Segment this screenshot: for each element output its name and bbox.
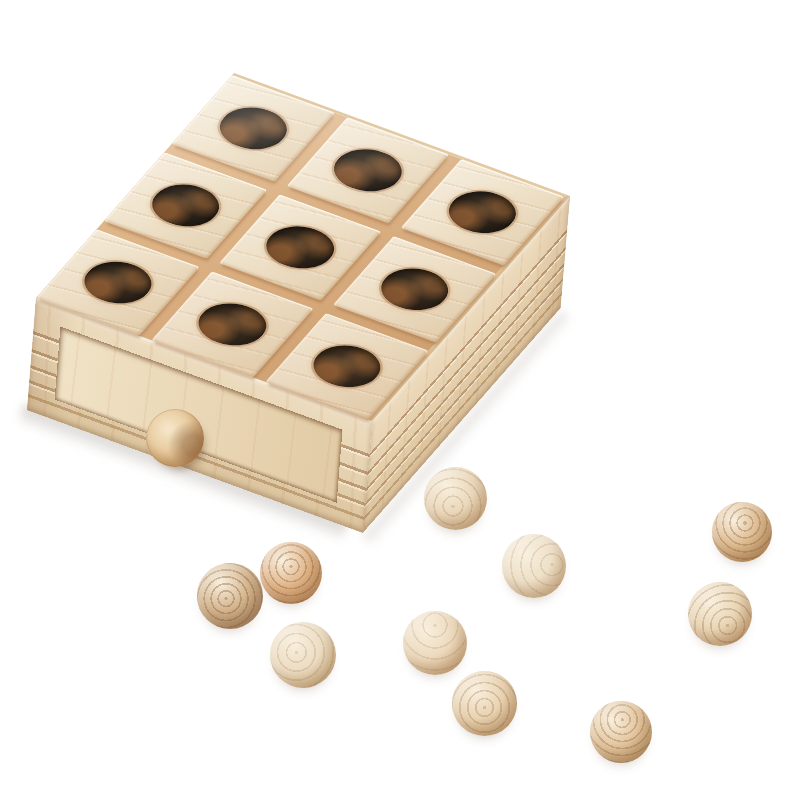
hole — [302, 338, 392, 395]
hole — [208, 100, 298, 157]
wooden-ball-8[interactable] — [403, 611, 467, 675]
drawer-knob[interactable] — [146, 409, 204, 467]
product-photo-scene — [0, 0, 800, 800]
wooden-ball-6[interactable] — [688, 582, 752, 646]
hole — [140, 177, 230, 234]
wooden-ball-7[interactable] — [270, 622, 336, 688]
hole — [323, 142, 413, 199]
hole — [187, 296, 277, 353]
wooden-ball-5[interactable] — [197, 563, 263, 629]
wooden-ball-3[interactable] — [712, 502, 772, 562]
hole — [437, 184, 527, 241]
wooden-ball-2[interactable] — [502, 534, 566, 598]
wooden-ball-10[interactable] — [590, 701, 652, 763]
wooden-ball-1[interactable] — [424, 467, 487, 530]
hole — [73, 254, 163, 311]
hole — [255, 219, 345, 276]
wooden-ball-4[interactable] — [260, 542, 322, 604]
hole — [370, 261, 460, 318]
wooden-ball-9[interactable] — [452, 671, 517, 736]
